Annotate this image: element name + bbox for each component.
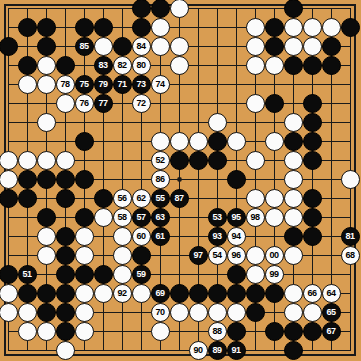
intersection-10-4[interactable] xyxy=(170,56,189,75)
intersection-9-11[interactable]: 55 xyxy=(151,189,170,208)
intersection-8-17[interactable] xyxy=(132,303,151,322)
intersection-6-11[interactable] xyxy=(94,189,113,208)
intersection-18-6[interactable] xyxy=(322,94,341,113)
intersection-17-13[interactable] xyxy=(303,227,322,246)
intersection-2-15[interactable]: 51 xyxy=(18,265,37,284)
intersection-1-8[interactable] xyxy=(0,132,18,151)
intersection-8-14[interactable] xyxy=(132,246,151,265)
intersection-14-9[interactable] xyxy=(246,151,265,170)
intersection-5-18[interactable] xyxy=(75,322,94,341)
intersection-9-13[interactable]: 61 xyxy=(151,227,170,246)
intersection-13-1[interactable] xyxy=(227,0,246,18)
intersection-16-4[interactable] xyxy=(284,56,303,75)
intersection-19-17[interactable] xyxy=(341,303,360,322)
intersection-1-4[interactable] xyxy=(0,56,18,75)
intersection-15-9[interactable] xyxy=(265,151,284,170)
intersection-11-12[interactable] xyxy=(189,208,208,227)
intersection-5-14[interactable] xyxy=(75,246,94,265)
intersection-4-10[interactable] xyxy=(56,170,75,189)
intersection-6-15[interactable] xyxy=(94,265,113,284)
intersection-11-15[interactable] xyxy=(189,265,208,284)
intersection-19-4[interactable] xyxy=(341,56,360,75)
intersection-17-7[interactable] xyxy=(303,113,322,132)
intersection-11-14[interactable]: 97 xyxy=(189,246,208,265)
intersection-8-13[interactable]: 60 xyxy=(132,227,151,246)
intersection-7-14[interactable] xyxy=(113,246,132,265)
intersection-7-7[interactable] xyxy=(113,113,132,132)
intersection-5-9[interactable] xyxy=(75,151,94,170)
intersection-9-16[interactable]: 69 xyxy=(151,284,170,303)
intersection-7-10[interactable] xyxy=(113,170,132,189)
intersection-3-13[interactable] xyxy=(37,227,56,246)
intersection-2-11[interactable] xyxy=(18,189,37,208)
intersection-15-14[interactable]: 00 xyxy=(265,246,284,265)
intersection-13-14[interactable]: 96 xyxy=(227,246,246,265)
intersection-6-2[interactable] xyxy=(94,18,113,37)
intersection-6-8[interactable] xyxy=(94,132,113,151)
intersection-7-2[interactable] xyxy=(113,18,132,37)
intersection-6-10[interactable] xyxy=(94,170,113,189)
intersection-14-15[interactable] xyxy=(246,265,265,284)
intersection-13-10[interactable] xyxy=(227,170,246,189)
intersection-8-2[interactable] xyxy=(132,18,151,37)
intersection-19-15[interactable] xyxy=(341,265,360,284)
intersection-5-13[interactable] xyxy=(75,227,94,246)
intersection-11-1[interactable] xyxy=(189,0,208,18)
intersection-13-11[interactable] xyxy=(227,189,246,208)
intersection-3-8[interactable] xyxy=(37,132,56,151)
intersection-11-8[interactable] xyxy=(189,132,208,151)
intersection-19-12[interactable] xyxy=(341,208,360,227)
intersection-1-7[interactable] xyxy=(0,113,18,132)
intersection-2-3[interactable] xyxy=(18,37,37,56)
intersection-17-19[interactable] xyxy=(303,341,322,360)
intersection-12-2[interactable] xyxy=(208,18,227,37)
intersection-17-18[interactable] xyxy=(303,322,322,341)
intersection-17-12[interactable] xyxy=(303,208,322,227)
intersection-8-11[interactable]: 62 xyxy=(132,189,151,208)
intersection-5-4[interactable] xyxy=(75,56,94,75)
intersection-7-9[interactable] xyxy=(113,151,132,170)
intersection-18-9[interactable] xyxy=(322,151,341,170)
intersection-16-5[interactable] xyxy=(284,75,303,94)
intersection-12-19[interactable]: 89 xyxy=(208,341,227,360)
intersection-3-10[interactable] xyxy=(37,170,56,189)
intersection-7-8[interactable] xyxy=(113,132,132,151)
intersection-5-3[interactable]: 85 xyxy=(75,37,94,56)
intersection-15-3[interactable] xyxy=(265,37,284,56)
intersection-14-11[interactable] xyxy=(246,189,265,208)
intersection-13-18[interactable] xyxy=(227,322,246,341)
intersection-15-12[interactable] xyxy=(265,208,284,227)
intersection-16-11[interactable] xyxy=(284,189,303,208)
intersection-4-14[interactable] xyxy=(56,246,75,265)
intersection-13-17[interactable] xyxy=(227,303,246,322)
intersection-10-9[interactable] xyxy=(170,151,189,170)
intersection-12-10[interactable] xyxy=(208,170,227,189)
intersection-3-15[interactable] xyxy=(37,265,56,284)
intersection-2-5[interactable] xyxy=(18,75,37,94)
intersection-8-19[interactable] xyxy=(132,341,151,360)
intersection-5-2[interactable] xyxy=(75,18,94,37)
intersection-8-1[interactable] xyxy=(132,0,151,18)
intersection-18-11[interactable] xyxy=(322,189,341,208)
intersection-12-1[interactable] xyxy=(208,0,227,18)
intersection-15-16[interactable] xyxy=(265,284,284,303)
intersection-9-3[interactable] xyxy=(151,37,170,56)
intersection-9-17[interactable]: 70 xyxy=(151,303,170,322)
intersection-7-13[interactable] xyxy=(113,227,132,246)
intersection-7-17[interactable] xyxy=(113,303,132,322)
intersection-4-19[interactable] xyxy=(56,341,75,360)
intersection-5-16[interactable] xyxy=(75,284,94,303)
intersection-19-18[interactable] xyxy=(341,322,360,341)
intersection-18-3[interactable] xyxy=(322,37,341,56)
intersection-2-14[interactable] xyxy=(18,246,37,265)
intersection-19-5[interactable] xyxy=(341,75,360,94)
intersection-14-14[interactable] xyxy=(246,246,265,265)
intersection-19-7[interactable] xyxy=(341,113,360,132)
intersection-9-15[interactable] xyxy=(151,265,170,284)
intersection-19-13[interactable]: 81 xyxy=(341,227,360,246)
intersection-16-17[interactable] xyxy=(284,303,303,322)
intersection-7-11[interactable]: 56 xyxy=(113,189,132,208)
intersection-16-9[interactable] xyxy=(284,151,303,170)
intersection-17-15[interactable] xyxy=(303,265,322,284)
intersection-3-19[interactable] xyxy=(37,341,56,360)
intersection-15-2[interactable] xyxy=(265,18,284,37)
intersection-18-7[interactable] xyxy=(322,113,341,132)
intersection-17-2[interactable] xyxy=(303,18,322,37)
intersection-15-4[interactable] xyxy=(265,56,284,75)
intersection-8-5[interactable]: 73 xyxy=(132,75,151,94)
intersection-5-1[interactable] xyxy=(75,0,94,18)
intersection-18-13[interactable] xyxy=(322,227,341,246)
intersection-6-3[interactable] xyxy=(94,37,113,56)
intersection-9-18[interactable] xyxy=(151,322,170,341)
intersection-12-3[interactable] xyxy=(208,37,227,56)
intersection-16-6[interactable] xyxy=(284,94,303,113)
intersection-12-7[interactable] xyxy=(208,113,227,132)
intersection-10-11[interactable]: 87 xyxy=(170,189,189,208)
intersection-16-16[interactable] xyxy=(284,284,303,303)
intersection-1-13[interactable] xyxy=(0,227,18,246)
intersection-13-4[interactable] xyxy=(227,56,246,75)
intersection-12-13[interactable]: 93 xyxy=(208,227,227,246)
intersection-11-10[interactable] xyxy=(189,170,208,189)
intersection-1-3[interactable] xyxy=(0,37,18,56)
intersection-16-10[interactable] xyxy=(284,170,303,189)
intersection-17-1[interactable] xyxy=(303,0,322,18)
intersection-13-16[interactable] xyxy=(227,284,246,303)
intersection-5-10[interactable] xyxy=(75,170,94,189)
intersection-15-8[interactable] xyxy=(265,132,284,151)
intersection-6-9[interactable] xyxy=(94,151,113,170)
intersection-4-1[interactable] xyxy=(56,0,75,18)
intersection-4-18[interactable] xyxy=(56,322,75,341)
intersection-10-6[interactable] xyxy=(170,94,189,113)
intersection-10-17[interactable] xyxy=(170,303,189,322)
intersection-1-17[interactable] xyxy=(0,303,18,322)
intersection-8-16[interactable] xyxy=(132,284,151,303)
intersection-13-7[interactable] xyxy=(227,113,246,132)
intersection-18-16[interactable]: 64 xyxy=(322,284,341,303)
intersection-12-9[interactable] xyxy=(208,151,227,170)
intersection-1-6[interactable] xyxy=(0,94,18,113)
intersection-5-15[interactable] xyxy=(75,265,94,284)
intersection-11-17[interactable] xyxy=(189,303,208,322)
intersection-12-6[interactable] xyxy=(208,94,227,113)
intersection-8-9[interactable] xyxy=(132,151,151,170)
intersection-3-1[interactable] xyxy=(37,0,56,18)
intersection-9-9[interactable]: 52 xyxy=(151,151,170,170)
intersection-16-19[interactable] xyxy=(284,341,303,360)
intersection-16-7[interactable] xyxy=(284,113,303,132)
intersection-17-16[interactable]: 66 xyxy=(303,284,322,303)
intersection-7-16[interactable]: 92 xyxy=(113,284,132,303)
intersection-19-3[interactable] xyxy=(341,37,360,56)
intersection-10-1[interactable] xyxy=(170,0,189,18)
intersection-14-16[interactable] xyxy=(246,284,265,303)
intersection-5-12[interactable] xyxy=(75,208,94,227)
intersection-10-19[interactable] xyxy=(170,341,189,360)
intersection-1-18[interactable] xyxy=(0,322,18,341)
intersection-9-6[interactable] xyxy=(151,94,170,113)
intersection-12-4[interactable] xyxy=(208,56,227,75)
intersection-9-8[interactable] xyxy=(151,132,170,151)
intersection-3-6[interactable] xyxy=(37,94,56,113)
intersection-12-11[interactable] xyxy=(208,189,227,208)
intersection-6-5[interactable]: 79 xyxy=(94,75,113,94)
intersection-4-5[interactable]: 78 xyxy=(56,75,75,94)
intersection-11-18[interactable] xyxy=(189,322,208,341)
intersection-12-15[interactable] xyxy=(208,265,227,284)
intersection-4-17[interactable] xyxy=(56,303,75,322)
intersection-5-11[interactable] xyxy=(75,189,94,208)
intersection-2-6[interactable] xyxy=(18,94,37,113)
intersection-4-6[interactable] xyxy=(56,94,75,113)
intersection-16-18[interactable] xyxy=(284,322,303,341)
intersection-14-6[interactable] xyxy=(246,94,265,113)
intersection-17-9[interactable] xyxy=(303,151,322,170)
intersection-17-6[interactable] xyxy=(303,94,322,113)
intersection-1-9[interactable] xyxy=(0,151,18,170)
intersection-11-4[interactable] xyxy=(189,56,208,75)
intersection-15-5[interactable] xyxy=(265,75,284,94)
intersection-9-4[interactable] xyxy=(151,56,170,75)
intersection-13-5[interactable] xyxy=(227,75,246,94)
intersection-3-3[interactable] xyxy=(37,37,56,56)
intersection-2-12[interactable] xyxy=(18,208,37,227)
intersection-3-14[interactable] xyxy=(37,246,56,265)
intersection-1-14[interactable] xyxy=(0,246,18,265)
intersection-3-9[interactable] xyxy=(37,151,56,170)
intersection-2-10[interactable] xyxy=(18,170,37,189)
intersection-12-14[interactable]: 54 xyxy=(208,246,227,265)
intersection-18-2[interactable] xyxy=(322,18,341,37)
intersection-19-9[interactable] xyxy=(341,151,360,170)
intersection-15-17[interactable] xyxy=(265,303,284,322)
intersection-19-10[interactable] xyxy=(341,170,360,189)
intersection-5-17[interactable] xyxy=(75,303,94,322)
intersection-10-14[interactable] xyxy=(170,246,189,265)
intersection-4-15[interactable] xyxy=(56,265,75,284)
intersection-4-12[interactable] xyxy=(56,208,75,227)
intersection-1-12[interactable] xyxy=(0,208,18,227)
intersection-2-13[interactable] xyxy=(18,227,37,246)
intersection-14-10[interactable] xyxy=(246,170,265,189)
intersection-10-18[interactable] xyxy=(170,322,189,341)
intersection-5-19[interactable] xyxy=(75,341,94,360)
intersection-18-18[interactable]: 67 xyxy=(322,322,341,341)
intersection-13-3[interactable] xyxy=(227,37,246,56)
intersection-9-12[interactable]: 63 xyxy=(151,208,170,227)
intersection-12-8[interactable] xyxy=(208,132,227,151)
intersection-3-5[interactable] xyxy=(37,75,56,94)
intersection-4-3[interactable] xyxy=(56,37,75,56)
intersection-16-14[interactable] xyxy=(284,246,303,265)
intersection-4-16[interactable] xyxy=(56,284,75,303)
intersection-12-12[interactable]: 53 xyxy=(208,208,227,227)
intersection-17-11[interactable] xyxy=(303,189,322,208)
intersection-8-7[interactable] xyxy=(132,113,151,132)
intersection-2-7[interactable] xyxy=(18,113,37,132)
intersection-8-4[interactable]: 80 xyxy=(132,56,151,75)
intersection-12-17[interactable] xyxy=(208,303,227,322)
intersection-13-8[interactable] xyxy=(227,132,246,151)
intersection-6-14[interactable] xyxy=(94,246,113,265)
intersection-6-13[interactable] xyxy=(94,227,113,246)
intersection-10-16[interactable] xyxy=(170,284,189,303)
intersection-11-16[interactable] xyxy=(189,284,208,303)
intersection-18-10[interactable] xyxy=(322,170,341,189)
intersection-16-15[interactable] xyxy=(284,265,303,284)
intersection-2-16[interactable] xyxy=(18,284,37,303)
intersection-8-10[interactable] xyxy=(132,170,151,189)
intersection-13-9[interactable] xyxy=(227,151,246,170)
intersection-17-4[interactable] xyxy=(303,56,322,75)
intersection-10-15[interactable] xyxy=(170,265,189,284)
intersection-11-13[interactable] xyxy=(189,227,208,246)
intersection-9-1[interactable] xyxy=(151,0,170,18)
intersection-11-6[interactable] xyxy=(189,94,208,113)
intersection-17-8[interactable] xyxy=(303,132,322,151)
intersection-9-7[interactable] xyxy=(151,113,170,132)
intersection-14-19[interactable] xyxy=(246,341,265,360)
intersection-1-1[interactable] xyxy=(0,0,18,18)
intersection-5-8[interactable] xyxy=(75,132,94,151)
intersection-12-18[interactable]: 88 xyxy=(208,322,227,341)
intersection-10-3[interactable] xyxy=(170,37,189,56)
intersection-7-4[interactable]: 82 xyxy=(113,56,132,75)
intersection-19-6[interactable] xyxy=(341,94,360,113)
intersection-19-14[interactable]: 68 xyxy=(341,246,360,265)
intersection-11-7[interactable] xyxy=(189,113,208,132)
intersection-7-15[interactable] xyxy=(113,265,132,284)
intersection-7-19[interactable] xyxy=(113,341,132,360)
intersection-6-17[interactable] xyxy=(94,303,113,322)
intersection-2-2[interactable] xyxy=(18,18,37,37)
intersection-10-5[interactable] xyxy=(170,75,189,94)
intersection-19-19[interactable] xyxy=(341,341,360,360)
intersection-6-19[interactable] xyxy=(94,341,113,360)
intersection-18-1[interactable] xyxy=(322,0,341,18)
intersection-3-17[interactable] xyxy=(37,303,56,322)
intersection-17-5[interactable] xyxy=(303,75,322,94)
intersection-11-11[interactable] xyxy=(189,189,208,208)
intersection-3-11[interactable] xyxy=(37,189,56,208)
intersection-15-11[interactable] xyxy=(265,189,284,208)
intersection-2-17[interactable] xyxy=(18,303,37,322)
intersection-15-19[interactable] xyxy=(265,341,284,360)
intersection-15-18[interactable] xyxy=(265,322,284,341)
intersection-1-15[interactable] xyxy=(0,265,18,284)
intersection-15-15[interactable]: 99 xyxy=(265,265,284,284)
intersection-14-2[interactable] xyxy=(246,18,265,37)
intersection-19-8[interactable] xyxy=(341,132,360,151)
intersection-15-7[interactable] xyxy=(265,113,284,132)
intersection-3-2[interactable] xyxy=(37,18,56,37)
intersection-16-1[interactable] xyxy=(284,0,303,18)
intersection-6-18[interactable] xyxy=(94,322,113,341)
intersection-6-16[interactable] xyxy=(94,284,113,303)
intersection-17-3[interactable] xyxy=(303,37,322,56)
intersection-2-1[interactable] xyxy=(18,0,37,18)
intersection-11-2[interactable] xyxy=(189,18,208,37)
intersection-6-12[interactable] xyxy=(94,208,113,227)
intersection-4-9[interactable] xyxy=(56,151,75,170)
intersection-13-13[interactable]: 94 xyxy=(227,227,246,246)
intersection-11-9[interactable] xyxy=(189,151,208,170)
intersection-7-6[interactable] xyxy=(113,94,132,113)
intersection-4-7[interactable] xyxy=(56,113,75,132)
intersection-5-5[interactable]: 75 xyxy=(75,75,94,94)
intersection-9-5[interactable]: 74 xyxy=(151,75,170,94)
intersection-18-4[interactable] xyxy=(322,56,341,75)
intersection-3-12[interactable] xyxy=(37,208,56,227)
intersection-15-10[interactable] xyxy=(265,170,284,189)
intersection-11-5[interactable] xyxy=(189,75,208,94)
intersection-4-11[interactable] xyxy=(56,189,75,208)
intersection-10-7[interactable] xyxy=(170,113,189,132)
intersection-2-8[interactable] xyxy=(18,132,37,151)
intersection-19-11[interactable] xyxy=(341,189,360,208)
intersection-17-10[interactable] xyxy=(303,170,322,189)
intersection-6-6[interactable]: 77 xyxy=(94,94,113,113)
intersection-16-2[interactable] xyxy=(284,18,303,37)
intersection-4-13[interactable] xyxy=(56,227,75,246)
intersection-13-15[interactable] xyxy=(227,265,246,284)
intersection-14-1[interactable] xyxy=(246,0,265,18)
intersection-8-12[interactable]: 57 xyxy=(132,208,151,227)
intersection-3-18[interactable] xyxy=(37,322,56,341)
intersection-10-10[interactable] xyxy=(170,170,189,189)
intersection-12-16[interactable] xyxy=(208,284,227,303)
intersection-18-17[interactable]: 65 xyxy=(322,303,341,322)
intersection-10-8[interactable] xyxy=(170,132,189,151)
intersection-7-5[interactable]: 71 xyxy=(113,75,132,94)
intersection-14-8[interactable] xyxy=(246,132,265,151)
intersection-3-7[interactable] xyxy=(37,113,56,132)
intersection-14-17[interactable] xyxy=(246,303,265,322)
intersection-18-8[interactable] xyxy=(322,132,341,151)
intersection-8-3[interactable]: 84 xyxy=(132,37,151,56)
intersection-14-13[interactable] xyxy=(246,227,265,246)
intersection-14-12[interactable]: 98 xyxy=(246,208,265,227)
intersection-7-1[interactable] xyxy=(113,0,132,18)
intersection-15-1[interactable] xyxy=(265,0,284,18)
intersection-2-18[interactable] xyxy=(18,322,37,341)
